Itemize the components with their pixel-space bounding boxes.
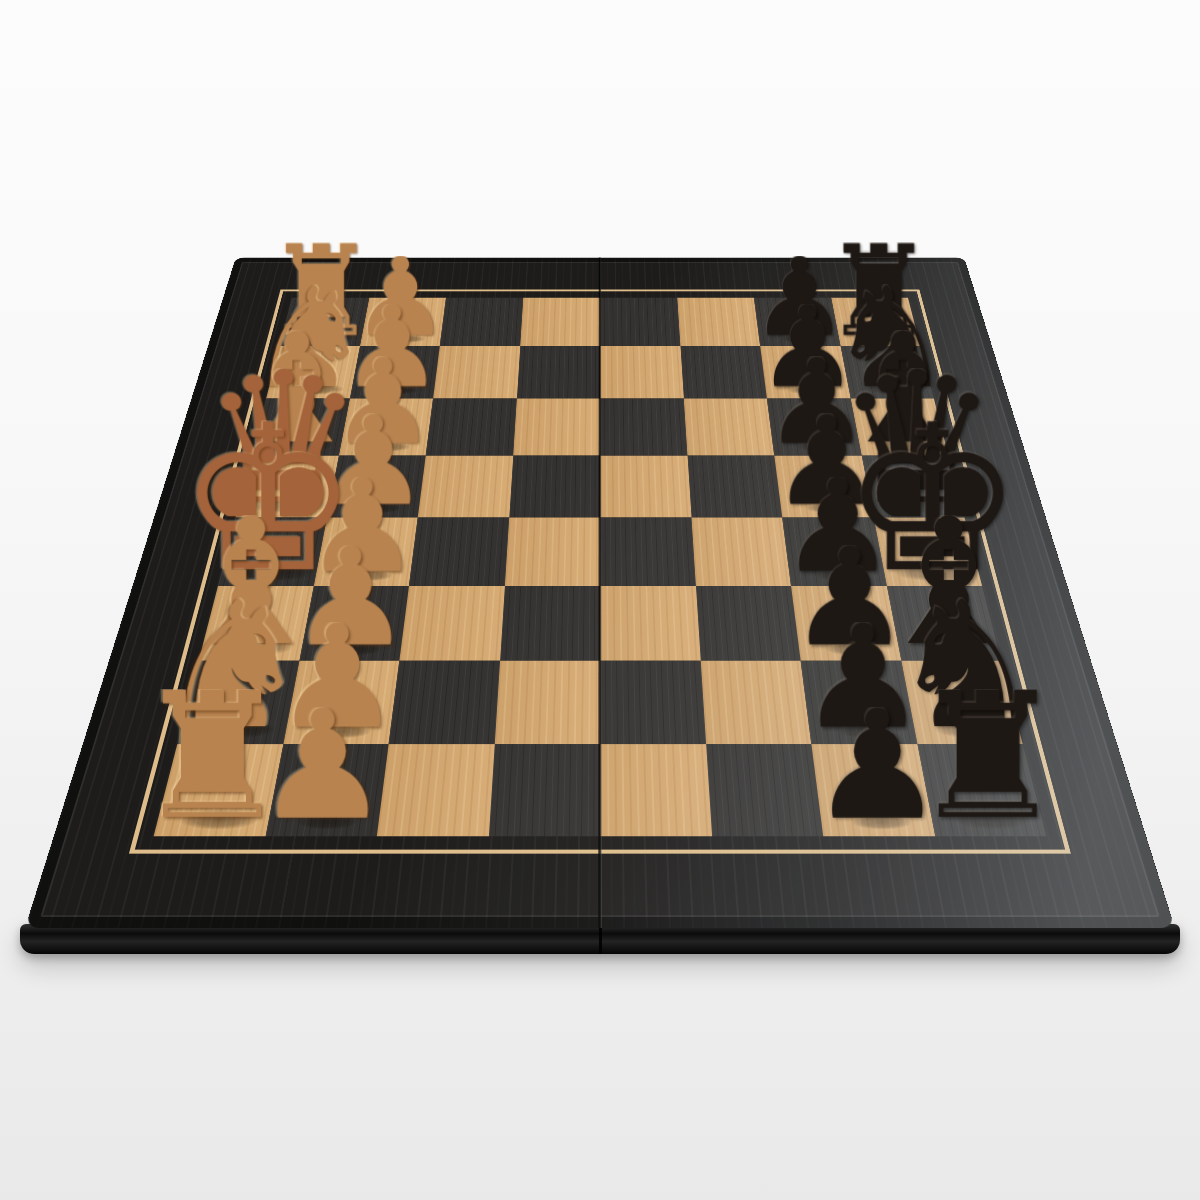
photo-backdrop: ♜♟♟♜♞♟♟♞♝♟♟♝♛♟♟♛♚♟♟♚♝♟♟♝♞♟♟♞♜♟♟♜	[0, 0, 1200, 1200]
board-side-edge	[20, 924, 1180, 954]
piece-shadow	[850, 815, 913, 830]
piece-shadow	[297, 815, 360, 830]
chessboard: ♜♟♟♜♞♟♟♞♝♟♟♝♛♟♟♛♚♟♟♚♝♟♟♝♞♟♟♞♜♟♟♜	[25, 258, 1175, 928]
board-frame: ♜♟♟♜♞♟♟♞♝♟♟♝♛♟♟♛♚♟♟♚♝♟♟♝♞♟♟♞♜♟♟♜	[25, 258, 1175, 928]
board-fold-seam-side	[599, 924, 602, 954]
